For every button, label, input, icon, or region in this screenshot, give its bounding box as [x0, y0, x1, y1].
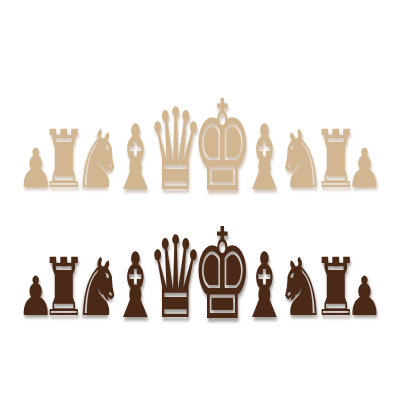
black-pawn-10: ♟ — [346, 269, 382, 312]
chess-set-photo: ♟♜♞♝♛♚♝♞♜♟ ♟♜♞♝♛♚♝♞♜♟ — [0, 0, 400, 400]
black-pieces-row: ♟♜♞♝♛♚♝♞♜♟ — [0, 258, 400, 312]
white-pawn-10: ♟ — [346, 141, 382, 184]
white-pieces-row: ♟♜♞♝♛♚♝♞♜♟ — [0, 130, 400, 184]
